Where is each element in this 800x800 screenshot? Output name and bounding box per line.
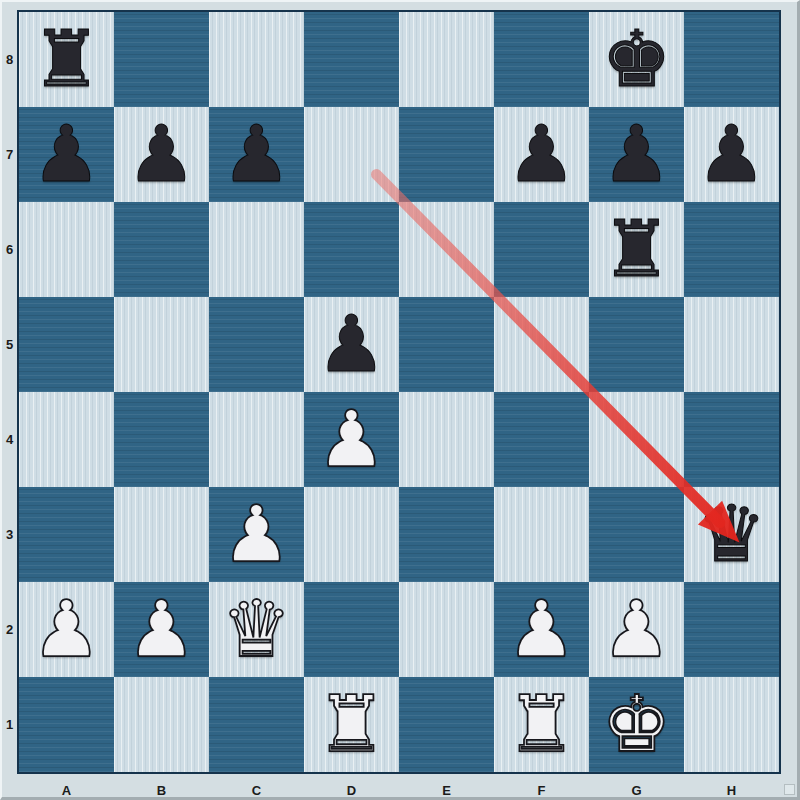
square-c1[interactable] — [209, 677, 304, 772]
piece-black-queen[interactable]: ♛ — [684, 487, 779, 582]
chess-board: ♜♚♟♟♟♟♟♟♜♟♟♟♛♟♟♛♟♟♜♜♚ — [17, 10, 781, 774]
piece-black-rook[interactable]: ♜ — [19, 12, 114, 107]
file-label-b: B — [114, 782, 209, 799]
piece-white-king[interactable]: ♚ — [589, 677, 684, 772]
square-d8[interactable] — [304, 12, 399, 107]
board-grid: ♜♚♟♟♟♟♟♟♜♟♟♟♛♟♟♛♟♟♜♜♚ — [19, 12, 779, 772]
square-b5[interactable] — [114, 297, 209, 392]
file-labels: ABCDEFGH — [19, 782, 779, 799]
square-d5[interactable]: ♟ — [304, 297, 399, 392]
square-h1[interactable] — [684, 677, 779, 772]
file-label-d: D — [304, 782, 399, 799]
square-g3[interactable] — [589, 487, 684, 582]
square-b3[interactable] — [114, 487, 209, 582]
rank-labels: 87654321 — [2, 12, 17, 772]
square-e7[interactable] — [399, 107, 494, 202]
rank-label-1: 1 — [2, 677, 17, 772]
square-f7[interactable]: ♟ — [494, 107, 589, 202]
square-e3[interactable] — [399, 487, 494, 582]
square-c7[interactable]: ♟ — [209, 107, 304, 202]
resize-grip-icon — [784, 784, 795, 795]
square-a5[interactable] — [19, 297, 114, 392]
square-d4[interactable]: ♟ — [304, 392, 399, 487]
square-c4[interactable] — [209, 392, 304, 487]
square-f3[interactable] — [494, 487, 589, 582]
piece-black-pawn[interactable]: ♟ — [684, 107, 779, 202]
piece-black-pawn[interactable]: ♟ — [114, 107, 209, 202]
square-h7[interactable]: ♟ — [684, 107, 779, 202]
square-e5[interactable] — [399, 297, 494, 392]
piece-white-rook[interactable]: ♜ — [304, 677, 399, 772]
square-e2[interactable] — [399, 582, 494, 677]
rank-label-4: 4 — [2, 392, 17, 487]
square-b7[interactable]: ♟ — [114, 107, 209, 202]
square-h8[interactable] — [684, 12, 779, 107]
square-h2[interactable] — [684, 582, 779, 677]
rank-label-5: 5 — [2, 297, 17, 392]
square-g2[interactable]: ♟ — [589, 582, 684, 677]
square-g8[interactable]: ♚ — [589, 12, 684, 107]
square-e6[interactable] — [399, 202, 494, 297]
file-label-c: C — [209, 782, 304, 799]
square-c5[interactable] — [209, 297, 304, 392]
square-c6[interactable] — [209, 202, 304, 297]
square-b2[interactable]: ♟ — [114, 582, 209, 677]
piece-white-rook[interactable]: ♜ — [494, 677, 589, 772]
piece-black-pawn[interactable]: ♟ — [494, 107, 589, 202]
square-b4[interactable] — [114, 392, 209, 487]
square-d3[interactable] — [304, 487, 399, 582]
square-d6[interactable] — [304, 202, 399, 297]
file-label-h: H — [684, 782, 779, 799]
square-f5[interactable] — [494, 297, 589, 392]
piece-black-rook[interactable]: ♜ — [589, 202, 684, 297]
square-g4[interactable] — [589, 392, 684, 487]
square-a8[interactable]: ♜ — [19, 12, 114, 107]
rank-label-6: 6 — [2, 202, 17, 297]
square-d1[interactable]: ♜ — [304, 677, 399, 772]
piece-white-pawn[interactable]: ♟ — [19, 582, 114, 677]
square-d7[interactable] — [304, 107, 399, 202]
file-label-e: E — [399, 782, 494, 799]
piece-black-pawn[interactable]: ♟ — [19, 107, 114, 202]
rank-label-8: 8 — [2, 12, 17, 107]
square-e4[interactable] — [399, 392, 494, 487]
square-a7[interactable]: ♟ — [19, 107, 114, 202]
piece-black-pawn[interactable]: ♟ — [209, 107, 304, 202]
piece-white-pawn[interactable]: ♟ — [589, 582, 684, 677]
square-f8[interactable] — [494, 12, 589, 107]
piece-black-pawn[interactable]: ♟ — [589, 107, 684, 202]
file-label-a: A — [19, 782, 114, 799]
square-b1[interactable] — [114, 677, 209, 772]
square-f1[interactable]: ♜ — [494, 677, 589, 772]
piece-white-pawn[interactable]: ♟ — [304, 392, 399, 487]
square-e8[interactable] — [399, 12, 494, 107]
piece-white-pawn[interactable]: ♟ — [494, 582, 589, 677]
square-g1[interactable]: ♚ — [589, 677, 684, 772]
square-c2[interactable]: ♛ — [209, 582, 304, 677]
square-e1[interactable] — [399, 677, 494, 772]
file-label-g: G — [589, 782, 684, 799]
square-g7[interactable]: ♟ — [589, 107, 684, 202]
piece-black-pawn[interactable]: ♟ — [304, 297, 399, 392]
piece-white-pawn[interactable]: ♟ — [114, 582, 209, 677]
rank-label-7: 7 — [2, 107, 17, 202]
square-a4[interactable] — [19, 392, 114, 487]
piece-white-pawn[interactable]: ♟ — [209, 487, 304, 582]
square-a6[interactable] — [19, 202, 114, 297]
square-a3[interactable] — [19, 487, 114, 582]
square-h5[interactable] — [684, 297, 779, 392]
square-a1[interactable] — [19, 677, 114, 772]
square-b6[interactable] — [114, 202, 209, 297]
square-a2[interactable]: ♟ — [19, 582, 114, 677]
square-h3[interactable]: ♛ — [684, 487, 779, 582]
square-c8[interactable] — [209, 12, 304, 107]
square-g5[interactable] — [589, 297, 684, 392]
square-h6[interactable] — [684, 202, 779, 297]
square-d2[interactable] — [304, 582, 399, 677]
file-label-f: F — [494, 782, 589, 799]
piece-black-king[interactable]: ♚ — [589, 12, 684, 107]
square-f6[interactable] — [494, 202, 589, 297]
square-c3[interactable]: ♟ — [209, 487, 304, 582]
rank-label-2: 2 — [2, 582, 17, 677]
rank-label-3: 3 — [2, 487, 17, 582]
square-f4[interactable] — [494, 392, 589, 487]
piece-white-queen[interactable]: ♛ — [209, 582, 304, 677]
square-g6[interactable]: ♜ — [589, 202, 684, 297]
square-b8[interactable] — [114, 12, 209, 107]
square-h4[interactable] — [684, 392, 779, 487]
chess-diagram-window: 87654321 ♜♚♟♟♟♟♟♟♜♟♟♟♛♟♟♛♟♟♜♜♚ ABCDEFGH — [0, 0, 800, 800]
square-f2[interactable]: ♟ — [494, 582, 589, 677]
